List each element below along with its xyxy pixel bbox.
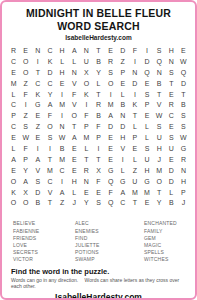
- grid-cell: L: [165, 187, 177, 198]
- grid-cell: D: [117, 121, 129, 132]
- grid-cell: D: [141, 56, 153, 67]
- grid-cell: H: [117, 132, 129, 143]
- grid-cell: I: [20, 99, 32, 110]
- grid-cell: S: [165, 132, 177, 143]
- grid-cell: J: [177, 197, 189, 208]
- grid-cell: T: [32, 67, 44, 78]
- puzzle-page: MIDNIGHT IN BELLE FLEUR WORD SEARCH Isab…: [0, 0, 197, 300]
- grid-cell: O: [80, 78, 92, 89]
- word-list-item: SWAMP: [75, 256, 144, 263]
- grid-cell: C: [56, 165, 68, 176]
- grid-cell: V: [153, 99, 165, 110]
- grid-cell: C: [44, 78, 56, 89]
- grid-cell: B: [56, 143, 68, 154]
- word-list-item: ENEMIES: [75, 228, 144, 235]
- grid-cell: M: [8, 78, 20, 89]
- grid-cell: G: [32, 99, 44, 110]
- grid-cell: E: [80, 187, 92, 198]
- word-col-1: BELIEVEFABIENNEFRIENDSLOVESECRETSVICTOR: [13, 220, 75, 263]
- grid-cell: E: [56, 78, 68, 89]
- grid-cell: C: [8, 99, 20, 110]
- grid-cell: U: [80, 56, 92, 67]
- grid-cell: U: [153, 132, 165, 143]
- grid-cell: A: [68, 45, 80, 56]
- word-list-item: BELIEVE: [13, 220, 75, 227]
- header-site-text: IsabelleHardesty.com: [2, 34, 195, 42]
- grid-cell: F: [92, 121, 104, 132]
- grid-cell: L: [141, 132, 153, 143]
- grid-cell: N: [153, 67, 165, 78]
- grid-cell: G: [105, 165, 117, 176]
- footer-site-text: IsabelleHardesty.com: [11, 292, 186, 300]
- grid-cell: Q: [153, 56, 165, 67]
- word-list-item: FABIENNE: [13, 228, 75, 235]
- word-list-item: GEM: [144, 235, 195, 242]
- grid-cell: R: [177, 154, 189, 165]
- grid-cell: D: [165, 165, 177, 176]
- grid-cell: I: [129, 89, 141, 100]
- grid-cell: F: [20, 89, 32, 100]
- grid-cell: F: [80, 110, 92, 121]
- grid-cell: D: [117, 45, 129, 56]
- word-list-item: VICTOR: [13, 256, 75, 263]
- word-list-item: FRIENDS: [13, 235, 75, 242]
- grid-cell: E: [141, 78, 153, 89]
- grid-cell: T: [44, 154, 56, 165]
- grid-cell: F: [44, 110, 56, 121]
- grid-cell: X: [20, 187, 32, 198]
- grid-cell: S: [20, 121, 32, 132]
- grid-cell: O: [8, 176, 20, 187]
- grid-cell: E: [8, 67, 20, 78]
- grid-cell: P: [117, 67, 129, 78]
- grid-cell: N: [32, 45, 44, 56]
- grid-cell: U: [141, 154, 153, 165]
- word-col-3: ENCHANTEDFAMILYGEMMAGICSPELLSWITCHES: [144, 220, 195, 263]
- grid-cell: V: [68, 99, 80, 110]
- grid-cell: P: [20, 154, 32, 165]
- title-line-1: MIDNIGHT IN BELLE FLEUR: [8, 7, 189, 20]
- word-list-item: LOVE: [13, 242, 75, 249]
- grid-cell: O: [20, 67, 32, 78]
- grid-cell: D: [165, 176, 177, 187]
- grid-cell: E: [68, 165, 80, 176]
- grid-cell: Z: [20, 110, 32, 121]
- grid-cell: Z: [117, 56, 129, 67]
- grid-cell: C: [44, 176, 56, 187]
- grid-cell: L: [80, 143, 92, 154]
- grid-cell: S: [177, 121, 189, 132]
- grid-cell: O: [8, 197, 20, 208]
- word-list-item: POTIONS: [75, 249, 144, 256]
- grid-cell: C: [8, 56, 20, 67]
- grid-cell: I: [129, 56, 141, 67]
- grid-cell: D: [129, 78, 141, 89]
- grid-cell: O: [20, 197, 32, 208]
- grid-cell: H: [56, 45, 68, 56]
- grid-cell: T: [153, 89, 165, 100]
- grid-cell: M: [129, 187, 141, 198]
- grid-cell: T: [92, 89, 104, 100]
- grid-cell: E: [141, 110, 153, 121]
- word-list-item: SPELLS: [144, 249, 195, 256]
- grid-cell: W: [56, 132, 68, 143]
- grid-cell: E: [32, 110, 44, 121]
- grid-cell: T: [92, 45, 104, 56]
- grid-cell: B: [117, 99, 129, 110]
- grid-cell: H: [165, 45, 177, 56]
- grid-cell: X: [80, 67, 92, 78]
- grid-cell: V: [68, 78, 80, 89]
- grid-cell: E: [92, 187, 104, 198]
- grid-cell: E: [141, 197, 153, 208]
- grid-cell: E: [32, 132, 44, 143]
- grid-cell: I: [117, 154, 129, 165]
- grid-cell: E: [20, 45, 32, 56]
- grid-cell: E: [165, 154, 177, 165]
- grid-cell: R: [80, 165, 92, 176]
- grid-cell: T: [68, 121, 80, 132]
- word-list-item: FIND: [75, 235, 144, 242]
- grid-cell: S: [44, 132, 56, 143]
- grid-cell: L: [68, 56, 80, 67]
- grid-cell: L: [8, 89, 20, 100]
- grid-cell: N: [56, 121, 68, 132]
- grid-cell: A: [117, 187, 129, 198]
- grid-cell: W: [177, 56, 189, 67]
- grid-cell: H: [68, 176, 80, 187]
- grid-cell: D: [32, 187, 44, 198]
- grid-cell: L: [117, 165, 129, 176]
- grid-cell: Z: [32, 121, 44, 132]
- grid-cell: S: [165, 67, 177, 78]
- grid-cell: A: [56, 187, 68, 198]
- grid-cell: Y: [44, 89, 56, 100]
- grid-cell: O: [105, 78, 117, 89]
- grid-cell: H: [56, 67, 68, 78]
- grid-cell: R: [105, 56, 117, 67]
- grid-cell: D: [44, 67, 56, 78]
- grid-cell: C: [32, 78, 44, 89]
- word-list-item: FAMILY: [144, 228, 195, 235]
- grid-cell: X: [92, 165, 104, 176]
- grid-cell: I: [105, 89, 117, 100]
- word-col-2: ALECENEMIESFINDJULIETTEPOTIONSSWAMP: [75, 220, 144, 263]
- grid-cell: L: [141, 121, 153, 132]
- grid-cell: P: [129, 132, 141, 143]
- grid-cell: U: [165, 143, 177, 154]
- word-list-item: JULIETTE: [75, 242, 144, 249]
- grid-cell: L: [68, 187, 80, 198]
- grid-cell: D: [105, 121, 117, 132]
- grid-cell: O: [153, 176, 165, 187]
- grid-cell: S: [141, 89, 153, 100]
- grid-cell: I: [44, 143, 56, 154]
- grid-cell: V: [44, 187, 56, 198]
- grid-cell: F: [92, 176, 104, 187]
- grid-cell: Q: [177, 67, 189, 78]
- grid-cell: A: [8, 154, 20, 165]
- grid-cell: B: [177, 99, 189, 110]
- grid-cell: I: [32, 56, 44, 67]
- grid-cell: O: [68, 110, 80, 121]
- grid-cell: F: [20, 143, 32, 154]
- grid-cell: T: [177, 89, 189, 100]
- grid-cell: E: [165, 121, 177, 132]
- grid-cell: M: [105, 99, 117, 110]
- grid-cell: A: [44, 99, 56, 110]
- grid-cell: E: [68, 143, 80, 154]
- grid-cell: C: [165, 110, 177, 121]
- grid-cell: B: [32, 197, 44, 208]
- grid-cell: I: [56, 176, 68, 187]
- grid-cell: T: [129, 197, 141, 208]
- grid-cell: S: [177, 110, 189, 121]
- grid-cell: R: [92, 99, 104, 110]
- grid-cell: E: [68, 154, 80, 165]
- grid-cell: O: [20, 56, 32, 67]
- grid-cell: E: [129, 143, 141, 154]
- grid-cell: E: [177, 45, 189, 56]
- grid-cell: M: [141, 187, 153, 198]
- footer-instructions: Find the word in the puzzle.: [11, 267, 186, 276]
- grid-cell: D: [177, 78, 189, 89]
- grid-cell: Y: [92, 67, 104, 78]
- grid-cell: G: [177, 143, 189, 154]
- grid-cell: L: [56, 56, 68, 67]
- grid-cell: K: [32, 89, 44, 100]
- grid-cell: L: [129, 121, 141, 132]
- grid-cell: U: [129, 176, 141, 187]
- grid-cell: Y: [153, 197, 165, 208]
- grid-cell: C: [117, 197, 129, 208]
- grid-cell: E: [105, 45, 117, 56]
- grid-cell: N: [80, 45, 92, 56]
- grid-cell: M: [56, 99, 68, 110]
- grid-cell: B: [92, 56, 104, 67]
- grid-cell: S: [92, 197, 104, 208]
- grid-cell: N: [117, 110, 129, 121]
- grid-cell: B: [92, 110, 104, 121]
- grid-cell: N: [177, 165, 189, 176]
- grid-cell: L: [129, 154, 141, 165]
- grid-cell: M: [44, 165, 56, 176]
- grid-cell: M: [153, 165, 165, 176]
- grid-cell: N: [165, 56, 177, 67]
- grid-cell: T: [165, 78, 177, 89]
- grid-cell: E: [117, 78, 129, 89]
- grid-cell: E: [8, 165, 20, 176]
- grid-cell: J: [68, 197, 80, 208]
- grid-cell: Q: [105, 176, 117, 187]
- grid-cell: S: [105, 67, 117, 78]
- word-list-item: ENCHANTED: [144, 220, 195, 227]
- footer-note-direction: Words can go in any direction.: [11, 277, 78, 283]
- grid-cell: L: [92, 78, 104, 89]
- grid-cell: W: [20, 132, 32, 143]
- grid-cell: M: [80, 132, 92, 143]
- grid-cell: W: [177, 132, 189, 143]
- grid-cell: F: [68, 89, 80, 100]
- grid-cell: P: [80, 121, 92, 132]
- grid-cell: I: [32, 143, 44, 154]
- grid-cell: Y: [80, 197, 92, 208]
- grid-cell: S: [153, 45, 165, 56]
- grid-cell: F: [105, 187, 117, 198]
- puzzle-title: MIDNIGHT IN BELLE FLEUR WORD SEARCH: [8, 7, 189, 32]
- footer: Find the word in the puzzle. Words can g…: [11, 267, 186, 300]
- title-line-2: WORD SEARCH: [8, 20, 189, 33]
- grid-cell: T: [92, 154, 104, 165]
- grid-cell: S: [153, 121, 165, 132]
- grid-cell: Q: [141, 67, 153, 78]
- word-list-item: WITCHES: [144, 256, 195, 263]
- grid-cell: P: [92, 132, 104, 143]
- grid-cell: Z: [20, 78, 32, 89]
- grid-cell: A: [20, 176, 32, 187]
- grid-cell: A: [105, 110, 117, 121]
- grid-cell: E: [105, 154, 117, 165]
- grid-cell: Z: [56, 197, 68, 208]
- grid-cell: V: [117, 143, 129, 154]
- grid-cell: P: [141, 99, 153, 110]
- grid-cell: A: [68, 132, 80, 143]
- grid-cell: B: [165, 197, 177, 208]
- grid-cell: T: [153, 187, 165, 198]
- grid-cell: F: [129, 45, 141, 56]
- grid-cell: L: [117, 89, 129, 100]
- grid-cell: E: [8, 132, 20, 143]
- letter-grid: RENCHANTEDFISHECOIKLLUBRZIDQNWEOTDHNXYSP…: [8, 45, 190, 208]
- grid-cell: T: [44, 197, 56, 208]
- grid-cell: N: [129, 67, 141, 78]
- grid-cell: R: [8, 45, 20, 56]
- grid-cell: I: [56, 110, 68, 121]
- grid-cell: T: [129, 110, 141, 121]
- word-list: BELIEVEFABIENNEFRIENDSLOVESECRETSVICTOR …: [13, 220, 195, 263]
- word-list-item: ALEC: [75, 220, 144, 227]
- grid-cell: O: [44, 121, 56, 132]
- grid-cell: I: [141, 45, 153, 56]
- grid-cell: H: [141, 165, 153, 176]
- grid-cell: W: [153, 110, 165, 121]
- grid-cell: K: [129, 99, 141, 110]
- grid-cell: E: [165, 89, 177, 100]
- grid-cell: P: [8, 110, 20, 121]
- grid-cell: S: [32, 176, 44, 187]
- grid-cell: C: [8, 121, 20, 132]
- grid-cell: L: [8, 143, 20, 154]
- grid-cell: Q: [105, 197, 117, 208]
- grid-cell: Y: [20, 165, 32, 176]
- grid-cell: A: [32, 154, 44, 165]
- grid-cell: P: [177, 187, 189, 198]
- grid-cell: K: [44, 56, 56, 67]
- grid-cell: H: [153, 143, 165, 154]
- grid-cell: I: [92, 143, 104, 154]
- grid-cell: E: [105, 143, 117, 154]
- grid-cell: K: [8, 187, 20, 198]
- word-list-item: MAGIC: [144, 242, 195, 249]
- grid-cell: H: [177, 176, 189, 187]
- grid-cell: C: [44, 45, 56, 56]
- grid-cell: S: [141, 143, 153, 154]
- grid-cell: I: [56, 89, 68, 100]
- grid-cell: K: [80, 89, 92, 100]
- grid-cell: R: [165, 99, 177, 110]
- word-list-item: SECRETS: [13, 249, 75, 256]
- grid-cell: G: [141, 176, 153, 187]
- grid-cell: I: [80, 99, 92, 110]
- grid-cell: N: [80, 176, 92, 187]
- grid-cell: E: [105, 132, 117, 143]
- grid-cell: T: [80, 154, 92, 165]
- grid-cell: G: [117, 176, 129, 187]
- grid-cell: V: [32, 165, 44, 176]
- grid-cell: J: [153, 154, 165, 165]
- grid-cell: Z: [129, 165, 141, 176]
- grid-cell: B: [153, 78, 165, 89]
- grid-cell: N: [68, 67, 80, 78]
- grid-cell: M: [56, 154, 68, 165]
- footer-note: Words can go in any direction. Words can…: [11, 277, 186, 289]
